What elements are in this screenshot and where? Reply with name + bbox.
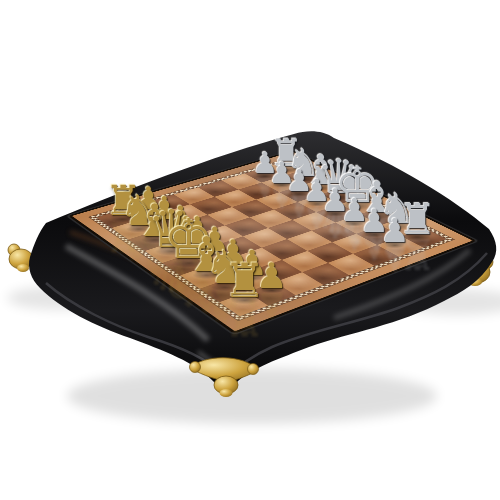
product-photo-scene: ♜♞♝♛♚♝♞♜♟♟♟♟♟♟♟♟♟♟♟♟♟♟♟♟♜♞♝♛♚♝♞♜ ♜♞♝♛♚♝♞… — [0, 0, 500, 500]
mosaic-inlay-border — [89, 158, 453, 321]
board-squares-grid — [96, 160, 446, 316]
board-3d-stage — [0, 0, 500, 500]
chess-board — [72, 152, 473, 332]
